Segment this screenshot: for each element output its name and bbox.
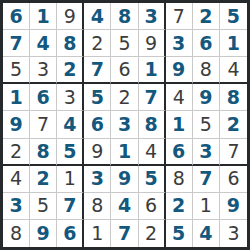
cell-r5c9[interactable]: 2 xyxy=(220,111,247,138)
cell-r9c8[interactable]: 4 xyxy=(193,220,220,247)
cell-r1c4[interactable]: 4 xyxy=(84,3,111,30)
cell-r8c1[interactable]: 3 xyxy=(3,193,30,220)
cell-r6c4[interactable]: 9 xyxy=(84,139,111,166)
cell-r3c6[interactable]: 1 xyxy=(139,57,166,84)
cell-r6c9[interactable]: 7 xyxy=(220,139,247,166)
cell-r1c5[interactable]: 8 xyxy=(111,3,138,30)
cell-r1c3[interactable]: 9 xyxy=(57,3,84,30)
cell-r2c2[interactable]: 4 xyxy=(30,30,57,57)
cell-r6c2[interactable]: 8 xyxy=(30,139,57,166)
cell-r7c8[interactable]: 7 xyxy=(193,166,220,193)
cell-r7c5[interactable]: 9 xyxy=(111,166,138,193)
sudoku-board: 6194837257482593615327619841635274989746… xyxy=(0,0,250,250)
cell-r5c7[interactable]: 1 xyxy=(166,111,193,138)
cell-r2c1[interactable]: 7 xyxy=(3,30,30,57)
cell-r4c7[interactable]: 4 xyxy=(166,84,193,111)
cell-r3c3[interactable]: 2 xyxy=(57,57,84,84)
cell-r7c3[interactable]: 1 xyxy=(57,166,84,193)
cell-r5c2[interactable]: 7 xyxy=(30,111,57,138)
cell-r3c8[interactable]: 8 xyxy=(193,57,220,84)
cell-r6c5[interactable]: 1 xyxy=(111,139,138,166)
cell-r9c5[interactable]: 7 xyxy=(111,220,138,247)
cell-r8c6[interactable]: 6 xyxy=(139,193,166,220)
cell-r5c5[interactable]: 3 xyxy=(111,111,138,138)
cell-r4c9[interactable]: 8 xyxy=(220,84,247,111)
cell-r8c3[interactable]: 7 xyxy=(57,193,84,220)
cell-r7c9[interactable]: 6 xyxy=(220,166,247,193)
cell-r9c2[interactable]: 9 xyxy=(30,220,57,247)
cell-r6c8[interactable]: 3 xyxy=(193,139,220,166)
cell-r3c9[interactable]: 4 xyxy=(220,57,247,84)
cell-r1c7[interactable]: 7 xyxy=(166,3,193,30)
cell-r4c8[interactable]: 9 xyxy=(193,84,220,111)
cell-r8c5[interactable]: 4 xyxy=(111,193,138,220)
cell-r5c8[interactable]: 5 xyxy=(193,111,220,138)
cell-r2c4[interactable]: 2 xyxy=(84,30,111,57)
cell-r1c1[interactable]: 6 xyxy=(3,3,30,30)
cell-r1c2[interactable]: 1 xyxy=(30,3,57,30)
cell-r6c3[interactable]: 5 xyxy=(57,139,84,166)
cell-r2c6[interactable]: 9 xyxy=(139,30,166,57)
cell-r7c2[interactable]: 2 xyxy=(30,166,57,193)
cell-r6c6[interactable]: 4 xyxy=(139,139,166,166)
cell-r5c3[interactable]: 4 xyxy=(57,111,84,138)
cell-r7c7[interactable]: 8 xyxy=(166,166,193,193)
cell-r3c7[interactable]: 9 xyxy=(166,57,193,84)
cell-r4c1[interactable]: 1 xyxy=(3,84,30,111)
sudoku-board-wrapper: 6194837257482593615327619841635274989746… xyxy=(0,0,250,250)
cell-r2c9[interactable]: 1 xyxy=(220,30,247,57)
cell-r5c6[interactable]: 8 xyxy=(139,111,166,138)
cell-r9c4[interactable]: 1 xyxy=(84,220,111,247)
cell-r3c1[interactable]: 5 xyxy=(3,57,30,84)
cell-r9c1[interactable]: 8 xyxy=(3,220,30,247)
cell-r4c3[interactable]: 3 xyxy=(57,84,84,111)
cell-r9c3[interactable]: 6 xyxy=(57,220,84,247)
cell-r4c2[interactable]: 6 xyxy=(30,84,57,111)
cell-r2c5[interactable]: 5 xyxy=(111,30,138,57)
cell-r2c8[interactable]: 6 xyxy=(193,30,220,57)
cell-r9c7[interactable]: 5 xyxy=(166,220,193,247)
cell-r6c1[interactable]: 2 xyxy=(3,139,30,166)
cell-r1c6[interactable]: 3 xyxy=(139,3,166,30)
cell-r1c9[interactable]: 5 xyxy=(220,3,247,30)
cell-r1c8[interactable]: 2 xyxy=(193,3,220,30)
cell-r8c9[interactable]: 9 xyxy=(220,193,247,220)
cell-r7c1[interactable]: 4 xyxy=(3,166,30,193)
cell-r2c3[interactable]: 8 xyxy=(57,30,84,57)
cell-r5c1[interactable]: 9 xyxy=(3,111,30,138)
cell-r6c7[interactable]: 6 xyxy=(166,139,193,166)
cell-r4c6[interactable]: 7 xyxy=(139,84,166,111)
cell-r9c9[interactable]: 3 xyxy=(220,220,247,247)
cell-r3c4[interactable]: 7 xyxy=(84,57,111,84)
cell-r7c6[interactable]: 5 xyxy=(139,166,166,193)
cell-r5c4[interactable]: 6 xyxy=(84,111,111,138)
cell-r7c4[interactable]: 3 xyxy=(84,166,111,193)
cell-r9c6[interactable]: 2 xyxy=(139,220,166,247)
cell-r3c5[interactable]: 6 xyxy=(111,57,138,84)
cell-r8c7[interactable]: 2 xyxy=(166,193,193,220)
cell-r3c2[interactable]: 3 xyxy=(30,57,57,84)
cell-r4c5[interactable]: 2 xyxy=(111,84,138,111)
cell-r8c8[interactable]: 1 xyxy=(193,193,220,220)
cell-r2c7[interactable]: 3 xyxy=(166,30,193,57)
cell-r8c2[interactable]: 5 xyxy=(30,193,57,220)
cell-r8c4[interactable]: 8 xyxy=(84,193,111,220)
cell-r4c4[interactable]: 5 xyxy=(84,84,111,111)
